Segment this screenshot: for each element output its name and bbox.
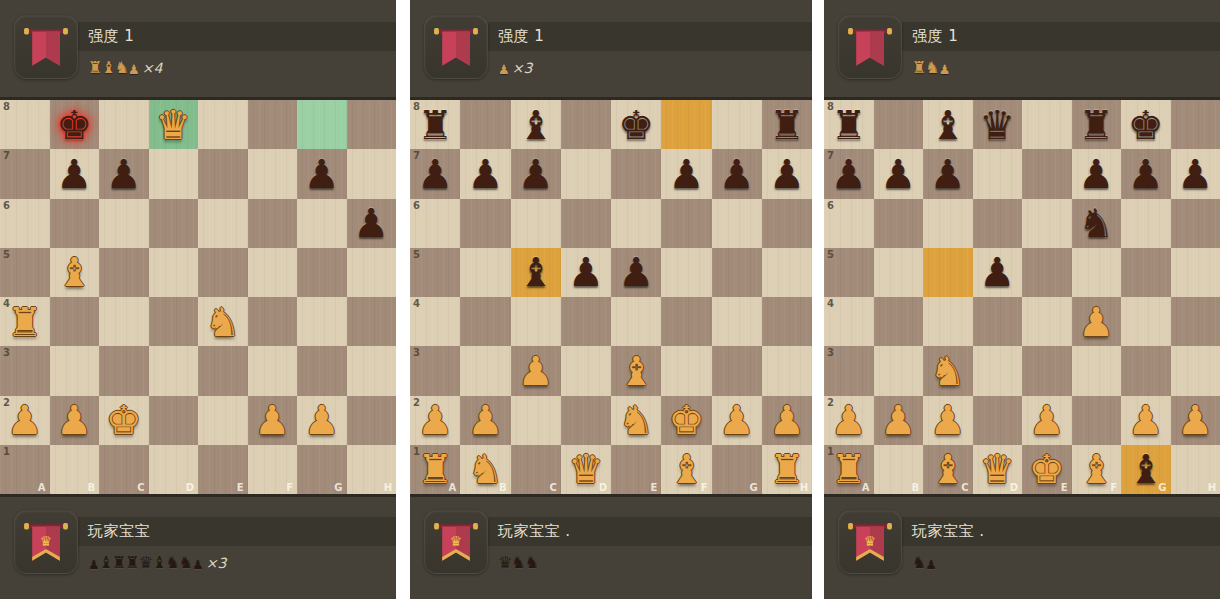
square-b1[interactable]: B♞ [460, 445, 510, 494]
square-h2[interactable] [347, 396, 397, 445]
square-f1[interactable]: F [248, 445, 298, 494]
square-h1[interactable]: H♜ [762, 445, 812, 494]
rank-label-7: 7 [827, 150, 834, 161]
square-e5[interactable] [198, 248, 248, 297]
square-b6[interactable] [874, 199, 924, 248]
square-f4[interactable]: ♟ [1072, 297, 1122, 346]
square-h7[interactable] [347, 149, 397, 198]
square-e8[interactable] [1022, 100, 1072, 149]
captured-black-knight-icon: ♞ [912, 555, 925, 571]
square-c1[interactable]: C♝ [923, 445, 973, 494]
captured-white-pawn-icon: ♟ [939, 63, 950, 76]
square-g5[interactable] [712, 248, 762, 297]
piece-white-pawn[interactable]: ♟ [1121, 396, 1171, 445]
piece-white-pawn[interactable]: ♟ [923, 396, 973, 445]
square-e7[interactable] [198, 149, 248, 198]
square-f2[interactable]: ♚ [661, 396, 711, 445]
square-c8[interactable]: ♝ [923, 100, 973, 149]
captured-by-opponent: ♟×3 [498, 58, 812, 76]
square-c7[interactable]: ♟ [923, 149, 973, 198]
square-g5[interactable] [1121, 248, 1171, 297]
square-g1[interactable]: G [712, 445, 762, 494]
square-a3[interactable]: 3 [410, 346, 460, 395]
svg-text:♛: ♛ [450, 533, 462, 549]
file-label-d: D [599, 482, 607, 493]
square-h4[interactable] [347, 297, 397, 346]
square-e1[interactable]: E [198, 445, 248, 494]
piece-black-pawn[interactable]: ♟ [561, 248, 611, 297]
square-a1[interactable]: 1A [0, 445, 50, 494]
captured-white-pawn-icon: ♟ [498, 63, 509, 76]
square-h5[interactable] [347, 248, 397, 297]
piece-white-pawn[interactable]: ♟ [1171, 396, 1220, 445]
square-d7[interactable] [149, 149, 199, 198]
square-c8[interactable] [99, 100, 149, 149]
square-f1[interactable]: F♝ [1072, 445, 1122, 494]
player-avatar: ♛ [14, 510, 78, 574]
opponent-bar: 强度 1 ♜♞♟ [824, 0, 1220, 97]
square-g7[interactable]: ♟ [297, 149, 347, 198]
piece-black-pawn[interactable]: ♟ [99, 149, 149, 198]
square-g7[interactable]: ♟ [1121, 149, 1171, 198]
rank-label-7: 7 [3, 150, 10, 161]
square-h3[interactable] [1171, 346, 1220, 395]
opponent-name: 强度 1 [902, 22, 1220, 51]
player-name: 玩家宝宝 [78, 517, 396, 546]
square-f3[interactable] [1072, 346, 1122, 395]
square-e6[interactable] [1022, 199, 1072, 248]
square-f5[interactable] [1072, 248, 1122, 297]
square-d1[interactable]: D♛ [561, 445, 611, 494]
square-f8[interactable] [661, 100, 711, 149]
file-label-c: C [961, 482, 968, 493]
square-e3[interactable] [1022, 346, 1072, 395]
square-a1[interactable]: 1A♜ [410, 445, 460, 494]
square-c4[interactable] [99, 297, 149, 346]
square-d8[interactable]: ♛ [973, 100, 1023, 149]
square-g3[interactable] [712, 346, 762, 395]
rank-label-3: 3 [3, 347, 10, 358]
square-b7[interactable]: ♟ [874, 149, 924, 198]
square-h8[interactable]: ♜ [762, 100, 812, 149]
square-e8[interactable] [198, 100, 248, 149]
red-crown-banner-icon: ♛ [844, 516, 896, 568]
piece-white-queen[interactable]: ♛ [149, 100, 199, 149]
square-b4[interactable] [50, 297, 100, 346]
piece-black-pawn[interactable]: ♟ [1171, 149, 1220, 198]
square-f7[interactable]: ♟ [661, 149, 711, 198]
square-d4[interactable] [561, 297, 611, 346]
square-a1[interactable]: 1A♜ [824, 445, 874, 494]
square-d8[interactable]: ♛ [149, 100, 199, 149]
square-c2[interactable] [511, 396, 561, 445]
square-h2[interactable]: ♟ [762, 396, 812, 445]
square-h6[interactable] [1171, 199, 1220, 248]
square-a8[interactable]: 8♜ [824, 100, 874, 149]
square-e2[interactable]: ♟ [1022, 396, 1072, 445]
square-d3[interactable] [973, 346, 1023, 395]
square-d7[interactable] [973, 149, 1023, 198]
square-d4[interactable] [973, 297, 1023, 346]
square-b3[interactable] [874, 346, 924, 395]
square-b6[interactable] [50, 199, 100, 248]
square-c8[interactable]: ♝ [511, 100, 561, 149]
square-e1[interactable]: E♚ [1022, 445, 1072, 494]
piece-black-rook[interactable]: ♜ [762, 100, 812, 149]
square-h8[interactable] [1171, 100, 1220, 149]
square-c5[interactable] [99, 248, 149, 297]
piece-white-pawn[interactable]: ♟ [874, 396, 924, 445]
square-f1[interactable]: F♝ [661, 445, 711, 494]
square-b2[interactable]: ♟ [874, 396, 924, 445]
square-b6[interactable] [460, 199, 510, 248]
square-f7[interactable] [248, 149, 298, 198]
square-e7[interactable] [1022, 149, 1072, 198]
square-e4[interactable]: ♞ [198, 297, 248, 346]
square-e6[interactable] [611, 199, 661, 248]
rank-label-5: 5 [3, 249, 10, 260]
square-a6[interactable]: 6 [0, 199, 50, 248]
square-g8[interactable]: ♚ [1121, 100, 1171, 149]
square-h7[interactable]: ♟ [762, 149, 812, 198]
square-a2[interactable]: 2♟ [410, 396, 460, 445]
square-a8[interactable]: 8♜ [410, 100, 460, 149]
square-c4[interactable] [511, 297, 561, 346]
player-avatar: ♛ [838, 510, 902, 574]
red-crown-banner-icon: ♛ [430, 516, 482, 568]
square-e1[interactable]: E [611, 445, 661, 494]
square-h6[interactable]: ♟ [347, 199, 397, 248]
piece-white-knight[interactable]: ♞ [923, 346, 973, 395]
square-b4[interactable] [460, 297, 510, 346]
square-h3[interactable] [347, 346, 397, 395]
rank-label-1: 1 [3, 446, 10, 457]
square-e6[interactable] [198, 199, 248, 248]
square-h6[interactable] [762, 199, 812, 248]
square-c6[interactable] [99, 199, 149, 248]
captured-black-pawn-icon: ♟ [88, 558, 99, 571]
piece-black-pawn[interactable]: ♟ [762, 149, 812, 198]
chess-board-2: 8♜♝♚♜7♟♟♟♟♟♟65♝♟♟43♟♝2♟♟♞♚♟♟1A♜B♞CD♛EF♝G… [410, 97, 812, 497]
square-c6[interactable] [511, 199, 561, 248]
square-f6[interactable] [661, 199, 711, 248]
square-c2[interactable]: ♟ [923, 396, 973, 445]
square-h8[interactable] [347, 100, 397, 149]
rank-label-5: 5 [413, 249, 420, 260]
square-c1[interactable]: C [511, 445, 561, 494]
file-label-b: B [911, 482, 919, 493]
piece-black-queen[interactable]: ♛ [973, 100, 1023, 149]
piece-black-king[interactable]: ♚ [1121, 100, 1171, 149]
square-d8[interactable] [561, 100, 611, 149]
piece-black-pawn[interactable]: ♟ [347, 199, 397, 248]
square-e2[interactable]: ♞ [611, 396, 661, 445]
square-d6[interactable] [149, 199, 199, 248]
square-b3[interactable] [460, 346, 510, 395]
square-f4[interactable] [248, 297, 298, 346]
square-h5[interactable] [1171, 248, 1220, 297]
piece-black-pawn[interactable]: ♟ [460, 149, 510, 198]
square-c5[interactable]: ♝ [511, 248, 561, 297]
file-label-e: E [237, 482, 244, 493]
file-label-a: A [449, 482, 457, 493]
square-c3[interactable]: ♞ [923, 346, 973, 395]
square-b8[interactable] [460, 100, 510, 149]
square-f2[interactable]: ♟ [248, 396, 298, 445]
square-e4[interactable] [1022, 297, 1072, 346]
square-a5[interactable]: 5 [0, 248, 50, 297]
captured-count-multiplier: ×3 [512, 60, 533, 76]
square-c5[interactable] [923, 248, 973, 297]
piece-black-pawn[interactable]: ♟ [511, 149, 561, 198]
piece-black-knight[interactable]: ♞ [1072, 199, 1122, 248]
square-g8[interactable] [297, 100, 347, 149]
square-d1[interactable]: D♛ [973, 445, 1023, 494]
piece-black-pawn[interactable]: ♟ [611, 248, 661, 297]
square-c3[interactable] [99, 346, 149, 395]
square-g4[interactable] [712, 297, 762, 346]
square-e5[interactable] [1022, 248, 1072, 297]
square-e2[interactable] [198, 396, 248, 445]
square-b1[interactable]: B [874, 445, 924, 494]
piece-black-pawn[interactable]: ♟ [874, 149, 924, 198]
rank-label-2: 2 [3, 397, 10, 408]
piece-black-pawn[interactable]: ♟ [1072, 149, 1122, 198]
piece-white-pawn[interactable]: ♟ [1072, 297, 1122, 346]
rank-label-6: 6 [827, 200, 834, 211]
square-b2[interactable]: ♟ [460, 396, 510, 445]
piece-black-bishop[interactable]: ♝ [511, 248, 561, 297]
piece-white-king[interactable]: ♚ [99, 396, 149, 445]
square-b4[interactable] [874, 297, 924, 346]
square-f3[interactable] [661, 346, 711, 395]
square-e4[interactable] [611, 297, 661, 346]
square-a8[interactable]: 8 [0, 100, 50, 149]
captured-black-bishop-icon: ♝ [99, 555, 112, 571]
square-d5[interactable] [149, 248, 199, 297]
square-d6[interactable] [561, 199, 611, 248]
opponent-avatar [14, 15, 78, 79]
square-a2[interactable]: 2♟ [0, 396, 50, 445]
square-g3[interactable] [1121, 346, 1171, 395]
square-d3[interactable] [149, 346, 199, 395]
square-c3[interactable]: ♟ [511, 346, 561, 395]
square-g6[interactable] [712, 199, 762, 248]
square-g3[interactable] [297, 346, 347, 395]
square-d1[interactable]: D [149, 445, 199, 494]
file-label-h: H [384, 482, 392, 493]
square-d2[interactable] [561, 396, 611, 445]
red-flag-banner-icon [844, 21, 896, 73]
square-h5[interactable] [762, 248, 812, 297]
square-g7[interactable]: ♟ [712, 149, 762, 198]
square-g4[interactable] [1121, 297, 1171, 346]
square-d6[interactable] [973, 199, 1023, 248]
square-a7[interactable]: 7 [0, 149, 50, 198]
square-b1[interactable]: B [50, 445, 100, 494]
piece-white-pawn[interactable]: ♟ [1022, 396, 1072, 445]
square-c4[interactable] [923, 297, 973, 346]
square-e8[interactable]: ♚ [611, 100, 661, 149]
square-h1[interactable]: H [347, 445, 397, 494]
square-b5[interactable] [874, 248, 924, 297]
square-h3[interactable] [762, 346, 812, 395]
rank-label-2: 2 [413, 397, 420, 408]
piece-black-pawn[interactable]: ♟ [1121, 149, 1171, 198]
piece-black-pawn[interactable]: ♟ [973, 248, 1023, 297]
player-bar: ♛ 玩家宝宝 . ♛♞♞ [410, 497, 812, 599]
game-panel-1: 强度 1 ♜♝♞♟×4 8♚♛7♟♟♟6♟5♝4♜♞32♟♟♚♟♟1ABCDEF… [0, 0, 396, 599]
rank-label-4: 4 [827, 298, 834, 309]
rank-label-1: 1 [827, 446, 834, 457]
square-g6[interactable] [297, 199, 347, 248]
square-a5[interactable]: 5 [410, 248, 460, 297]
square-d2[interactable] [149, 396, 199, 445]
square-g4[interactable] [297, 297, 347, 346]
rank-label-8: 8 [413, 101, 420, 112]
piece-white-pawn[interactable]: ♟ [460, 396, 510, 445]
piece-black-king[interactable]: ♚ [50, 100, 100, 149]
square-d3[interactable] [561, 346, 611, 395]
square-c6[interactable] [923, 199, 973, 248]
square-f6[interactable] [248, 199, 298, 248]
file-label-d: D [186, 482, 194, 493]
square-g1[interactable]: G♝ [1121, 445, 1171, 494]
square-a4[interactable]: 4♜ [0, 297, 50, 346]
square-d5[interactable]: ♟ [973, 248, 1023, 297]
square-a4[interactable]: 4 [824, 297, 874, 346]
square-a4[interactable]: 4 [410, 297, 460, 346]
piece-white-pawn[interactable]: ♟ [762, 396, 812, 445]
square-b3[interactable] [50, 346, 100, 395]
square-f6[interactable]: ♞ [1072, 199, 1122, 248]
captured-white-knight-icon: ♞ [925, 60, 938, 76]
square-f8[interactable]: ♜ [1072, 100, 1122, 149]
captured-black-knight-icon: ♞ [179, 555, 192, 571]
piece-white-bishop[interactable]: ♝ [50, 248, 100, 297]
captured-white-pawn-icon: ♟ [128, 63, 139, 76]
file-label-a: A [38, 482, 46, 493]
square-c7[interactable]: ♟ [99, 149, 149, 198]
square-b7[interactable]: ♟ [50, 149, 100, 198]
file-label-f: F [701, 482, 708, 493]
square-g8[interactable] [712, 100, 762, 149]
square-b5[interactable]: ♝ [50, 248, 100, 297]
square-c2[interactable]: ♚ [99, 396, 149, 445]
square-g2[interactable]: ♟ [712, 396, 762, 445]
rank-label-2: 2 [827, 397, 834, 408]
square-d2[interactable] [973, 396, 1023, 445]
piece-white-pawn[interactable]: ♟ [511, 346, 561, 395]
piece-white-king[interactable]: ♚ [661, 396, 711, 445]
square-a5[interactable]: 5 [824, 248, 874, 297]
square-b2[interactable]: ♟ [50, 396, 100, 445]
piece-white-knight[interactable]: ♞ [611, 396, 661, 445]
square-d7[interactable] [561, 149, 611, 198]
piece-black-pawn[interactable]: ♟ [297, 149, 347, 198]
square-e5[interactable]: ♟ [611, 248, 661, 297]
square-h4[interactable] [762, 297, 812, 346]
square-b8[interactable] [874, 100, 924, 149]
square-f5[interactable] [248, 248, 298, 297]
square-a3[interactable]: 3 [824, 346, 874, 395]
square-f4[interactable] [661, 297, 711, 346]
square-c1[interactable]: C [99, 445, 149, 494]
file-label-h: H [800, 482, 808, 493]
square-d5[interactable]: ♟ [561, 248, 611, 297]
piece-white-pawn[interactable]: ♟ [50, 396, 100, 445]
square-h4[interactable] [1171, 297, 1220, 346]
square-g1[interactable]: G [297, 445, 347, 494]
square-b7[interactable]: ♟ [460, 149, 510, 198]
file-label-g: G [750, 482, 758, 493]
piece-white-bishop[interactable]: ♝ [611, 346, 661, 395]
file-label-e: E [650, 482, 657, 493]
captured-white-knight-icon: ♞ [115, 60, 128, 76]
square-g6[interactable] [1121, 199, 1171, 248]
square-b8[interactable]: ♚ [50, 100, 100, 149]
piece-black-pawn[interactable]: ♟ [50, 149, 100, 198]
square-a6[interactable]: 6 [824, 199, 874, 248]
piece-black-pawn[interactable]: ♟ [661, 149, 711, 198]
square-g5[interactable] [297, 248, 347, 297]
square-e3[interactable]: ♝ [611, 346, 661, 395]
chess-board-3: 8♜♝♛♜♚7♟♟♟♟♟♟6♞5♟4♟3♞2♟♟♟♟♟♟1A♜BC♝D♛E♚F♝… [824, 97, 1220, 497]
square-e3[interactable] [198, 346, 248, 395]
captured-black-queen-icon: ♛ [139, 555, 152, 571]
square-h1[interactable]: H [1171, 445, 1220, 494]
square-g2[interactable]: ♟ [1121, 396, 1171, 445]
square-b5[interactable] [460, 248, 510, 297]
square-a2[interactable]: 2♟ [824, 396, 874, 445]
piece-black-rook[interactable]: ♜ [1072, 100, 1122, 149]
square-f7[interactable]: ♟ [1072, 149, 1122, 198]
file-label-e: E [1061, 482, 1068, 493]
rank-label-6: 6 [3, 200, 10, 211]
square-a7[interactable]: 7♟ [410, 149, 460, 198]
square-a6[interactable]: 6 [410, 199, 460, 248]
piece-black-bishop[interactable]: ♝ [923, 100, 973, 149]
square-a7[interactable]: 7♟ [824, 149, 874, 198]
piece-white-pawn[interactable]: ♟ [248, 396, 298, 445]
piece-black-pawn[interactable]: ♟ [923, 149, 973, 198]
square-f8[interactable] [248, 100, 298, 149]
piece-white-pawn[interactable]: ♟ [712, 396, 762, 445]
piece-white-knight[interactable]: ♞ [198, 297, 248, 346]
square-h2[interactable]: ♟ [1171, 396, 1220, 445]
captured-black-knight-icon: ♞ [525, 555, 538, 571]
square-h7[interactable]: ♟ [1171, 149, 1220, 198]
piece-black-bishop[interactable]: ♝ [511, 100, 561, 149]
piece-black-pawn[interactable]: ♟ [712, 149, 762, 198]
square-f3[interactable] [248, 346, 298, 395]
player-bar: ♛ 玩家宝宝 . ♞♟ [824, 497, 1220, 599]
captured-by-player: ♟♝♜♜♛♝♞♞♟×3 [88, 553, 396, 571]
square-d4[interactable] [149, 297, 199, 346]
square-a3[interactable]: 3 [0, 346, 50, 395]
square-c7[interactable]: ♟ [511, 149, 561, 198]
piece-black-king[interactable]: ♚ [611, 100, 661, 149]
square-g2[interactable]: ♟ [297, 396, 347, 445]
file-label-c: C [549, 482, 556, 493]
rank-label-5: 5 [827, 249, 834, 260]
opponent-bar: 强度 1 ♟×3 [410, 0, 812, 97]
captured-white-rook-icon: ♜ [912, 60, 925, 76]
square-f5[interactable] [661, 248, 711, 297]
square-f2[interactable] [1072, 396, 1122, 445]
square-e7[interactable] [611, 149, 661, 198]
piece-white-pawn[interactable]: ♟ [297, 396, 347, 445]
